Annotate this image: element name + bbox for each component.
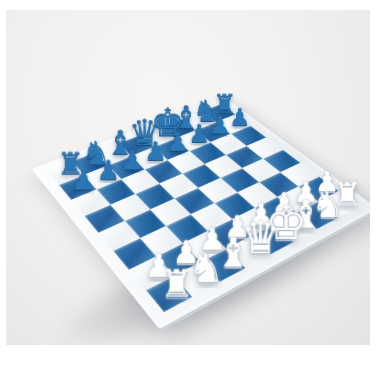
piece-blue-pawn[interactable]: ♟ (142, 138, 169, 164)
piece-white-rook[interactable]: ♜ (160, 265, 194, 303)
square-e4[interactable] (198, 178, 237, 203)
piece-blue-pawn[interactable]: ♟ (69, 166, 97, 193)
photo-background: ♜♞♝♛♚♝♞♜♟♟♟♟♟♟♟♟♟♟♟♟♟♟♟♟♜♞♝♛♚♝♞♜ (6, 10, 370, 345)
piece-blue-pawn[interactable]: ♟ (119, 147, 146, 173)
photo-canvas: ♜♞♝♛♚♝♞♜♟♟♟♟♟♟♟♟♟♟♟♟♟♟♟♟♜♞♝♛♚♝♞♜ (0, 0, 377, 377)
piece-blue-pawn[interactable]: ♟ (94, 157, 122, 184)
